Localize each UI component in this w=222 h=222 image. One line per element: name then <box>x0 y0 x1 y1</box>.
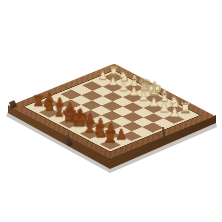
black-rook: ♜ <box>103 129 118 145</box>
white-pawn: ♟ <box>98 71 108 82</box>
chess-set-photo: ♜♞♝♛♚♝♞♜♟♟♟♟♟♟♟♟♟♟♟♟♟♟♟♟♜♞♝♛♚♝♞♜ <box>0 0 222 222</box>
white-pawn: ♟ <box>128 86 138 98</box>
board-frame: ♜♞♝♛♚♝♞♜♟♟♟♟♟♟♟♟♟♟♟♟♟♟♟♟♜♞♝♛♚♝♞♜ <box>9 63 215 158</box>
white-rook: ♜ <box>179 101 192 115</box>
folding-chess-board: ♜♞♝♛♚♝♞♜♟♟♟♟♟♟♟♟♟♟♟♟♟♟♟♟♜♞♝♛♚♝♞♜ <box>9 63 215 158</box>
white-pawn: ♟ <box>108 76 118 87</box>
white-pawn: ♟ <box>169 107 180 120</box>
white-pawn: ♟ <box>118 81 128 92</box>
